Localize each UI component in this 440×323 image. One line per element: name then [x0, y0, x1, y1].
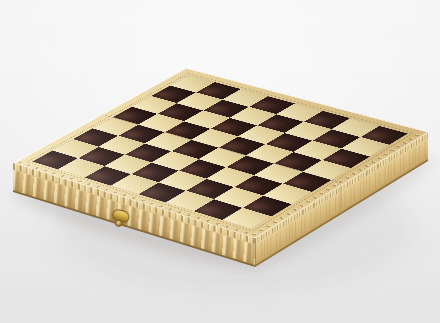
board-top-surface — [13, 68, 428, 238]
fold-seam — [341, 185, 342, 215]
chessboard-product-photo — [0, 0, 440, 323]
clasp-knob — [114, 219, 123, 228]
